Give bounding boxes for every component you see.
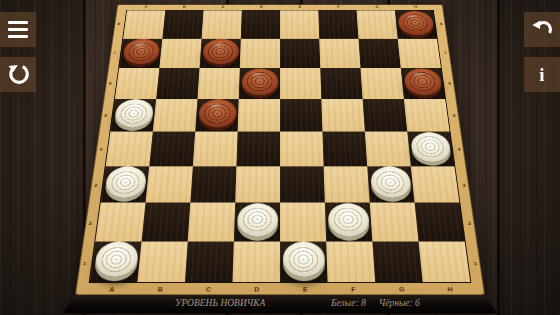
coordinate-label: B [180,5,188,8]
coordinate-label: 4 [457,147,461,151]
square-c1[interactable] [185,241,234,282]
square-a7[interactable] [119,38,162,67]
coordinate-label: D [258,5,266,8]
piece-counters: Белые: 8 Чёрные: 6 [331,298,420,308]
square-c5[interactable] [195,99,239,132]
restart-button[interactable] [0,57,36,92]
square-f7[interactable] [319,38,360,67]
square-f2[interactable] [325,203,372,242]
menu-button[interactable] [0,12,36,47]
square-a1[interactable] [90,241,142,282]
info-icon: i [539,64,544,86]
piece-black[interactable] [202,39,239,65]
app-screen: AABBCCDDEEFFGGHH1122334455667788 УРОВЕНЬ… [0,0,560,315]
square-a8[interactable] [123,10,165,38]
square-a2[interactable] [95,203,145,242]
square-c8[interactable] [202,10,242,38]
board-shadow: AABBCCDDEEFFGGHH1122334455667788 УРОВЕНЬ… [0,0,560,315]
piece-white[interactable] [104,167,147,199]
coordinate-label: D [252,286,262,292]
square-a4[interactable] [106,132,153,166]
square-d8[interactable] [241,10,280,38]
square-d4[interactable] [236,132,280,166]
square-f8[interactable] [318,10,358,38]
coordinate-label: 5 [104,114,107,118]
piece-white[interactable] [93,242,139,277]
square-h2[interactable] [415,203,465,242]
square-d5[interactable] [238,99,280,132]
coordinate-label: 8 [440,22,443,25]
square-d7[interactable] [240,38,280,67]
checkers-board: AABBCCDDEEFFGGHH1122334455667788 [75,4,485,295]
coordinate-label: 3 [94,183,98,187]
piece-white[interactable] [282,242,325,277]
square-h8[interactable] [395,10,437,38]
square-h7[interactable] [398,38,441,67]
square-a3[interactable] [101,166,150,202]
square-b7[interactable] [159,38,201,67]
coordinate-label: 7 [444,51,447,55]
piece-black[interactable] [241,68,278,95]
square-b6[interactable] [156,68,199,99]
square-f3[interactable] [324,166,370,202]
square-b3[interactable] [145,166,192,202]
coordinate-label: H [445,286,456,292]
coordinate-label: F [348,286,358,292]
square-e8[interactable] [280,10,319,38]
square-d3[interactable] [235,166,280,202]
undo-curved-arrow-icon [531,18,554,41]
square-e3[interactable] [280,166,325,202]
coordinate-label: 3 [462,183,466,187]
square-h1[interactable] [418,241,470,282]
square-f6[interactable] [320,68,362,99]
hamburger-icon [8,21,28,38]
coordinate-label: 6 [448,81,451,85]
square-b2[interactable] [142,203,191,242]
coordinate-label: 8 [117,22,120,25]
coordinate-label: 7 [113,51,116,55]
square-b1[interactable] [137,241,187,282]
square-d1[interactable] [232,241,280,282]
coordinate-label: G [397,286,407,292]
piece-white[interactable] [409,132,451,162]
square-c4[interactable] [193,132,238,166]
coordinate-label: 6 [109,81,112,85]
coordinate-label: B [155,286,165,292]
coordinate-label: E [296,5,304,8]
square-c2[interactable] [188,203,235,242]
square-e4[interactable] [280,132,324,166]
square-g7[interactable] [358,38,400,67]
piece-black[interactable] [397,11,435,35]
square-c3[interactable] [190,166,236,202]
coordinate-label: 1 [473,261,477,266]
square-a6[interactable] [115,68,159,99]
square-f4[interactable] [322,132,367,166]
coordinate-label: 2 [88,221,92,226]
info-button[interactable]: i [524,57,560,92]
square-b5[interactable] [153,99,198,132]
piece-white[interactable] [327,203,369,236]
square-h3[interactable] [411,166,460,202]
black-count: Чёрные: 6 [379,298,420,308]
white-count: Белые: 8 [331,298,366,308]
coordinate-label: H [412,5,420,8]
coordinate-label: A [142,5,150,8]
square-h6[interactable] [401,68,445,99]
square-c7[interactable] [200,38,241,67]
square-a5[interactable] [110,99,156,132]
square-g4[interactable] [365,132,411,166]
coordinate-label: 1 [83,261,87,266]
square-f5[interactable] [321,99,365,132]
board-grid [89,10,472,283]
square-e5[interactable] [280,99,322,132]
square-g1[interactable] [372,241,422,282]
level-text: УРОВЕНЬ НОВИЧКА [175,298,265,308]
square-b8[interactable] [162,10,203,38]
square-g5[interactable] [363,99,408,132]
square-h4[interactable] [407,132,454,166]
piece-white[interactable] [113,99,154,127]
square-d2[interactable] [234,203,280,242]
square-g3[interactable] [367,166,414,202]
square-f1[interactable] [326,241,375,282]
coordinate-label: C [219,5,227,8]
coordinate-label: C [203,286,213,292]
square-g2[interactable] [370,203,419,242]
coordinate-label: F [335,5,343,8]
board-side-status-bar: УРОВЕНЬ НОВИЧКА Белые: 8 Чёрные: 6 [63,295,497,313]
square-h5[interactable] [404,99,450,132]
piece-white[interactable] [369,167,411,199]
coordinate-label: 2 [468,221,472,226]
coordinate-label: 5 [453,114,456,118]
coordinate-label: G [373,5,381,8]
piece-black[interactable] [403,68,443,95]
square-e2[interactable] [280,203,326,242]
restart-circular-arrow-icon [7,63,30,86]
piece-white[interactable] [236,203,277,236]
piece-black[interactable] [122,39,161,65]
square-d6[interactable] [239,68,280,99]
coordinate-label: A [107,286,118,292]
coordinate-label: E [300,286,310,292]
square-c6[interactable] [197,68,239,99]
piece-black[interactable] [198,99,237,127]
square-g6[interactable] [360,68,403,99]
square-e6[interactable] [280,68,321,99]
square-g8[interactable] [357,10,398,38]
square-b4[interactable] [149,132,195,166]
square-e1[interactable] [280,241,328,282]
coordinate-label: 4 [99,147,103,151]
square-e7[interactable] [280,38,320,67]
undo-button[interactable] [524,12,560,47]
